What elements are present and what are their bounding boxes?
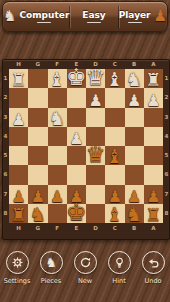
pieces-button-circle: ♞ [40, 251, 63, 274]
board-square-f6[interactable] [48, 165, 67, 184]
piece-wR-h1[interactable]: ♜ [9, 69, 28, 88]
board-square-g5[interactable] [28, 146, 47, 165]
rank-label-left-1: 1 [4, 69, 8, 88]
piece-bR-a8[interactable]: ♜ [144, 204, 163, 223]
board-square-a6[interactable] [144, 165, 163, 184]
top-bar: ♞ Computer Easy Player ♟ [2, 1, 168, 32]
player-underline [128, 22, 142, 23]
undo-button[interactable]: Undo [136, 251, 170, 285]
file-label-top-g: G [28, 62, 47, 70]
piece-wQ-d1[interactable]: ♛ [86, 69, 105, 88]
board-square-h4[interactable] [9, 127, 28, 146]
board-square-e3[interactable] [67, 108, 86, 127]
player-section[interactable]: Player ♟ [119, 2, 167, 31]
hint-label: Hint [102, 277, 136, 285]
piece-bN-b8[interactable]: ♞ [125, 204, 144, 223]
board-square-g4[interactable] [28, 127, 47, 146]
rank-label-right-1: 1 [165, 69, 169, 88]
hint-button-circle [108, 251, 131, 274]
computer-label: Computer [19, 10, 69, 20]
board-square-d3[interactable] [86, 108, 105, 127]
board-square-d7[interactable] [86, 185, 105, 204]
rank-label-right-8: 8 [165, 204, 169, 223]
chess-board-frame: 1122334455667788HHGGFFEEDDCCBBAA♜♝♚♛♝♞♜♟… [2, 59, 170, 240]
piece-bP-b7[interactable]: ♟ [125, 185, 144, 204]
piece-bB-c5[interactable]: ♝ [105, 146, 124, 165]
file-label-top-a: A [144, 62, 163, 70]
board-square-a5[interactable] [144, 146, 163, 165]
white-knight-icon: ♞ [3, 9, 16, 24]
piece-bK-e8[interactable]: ♚ [67, 204, 86, 223]
piece-bP-f7[interactable]: ♟ [48, 185, 67, 204]
rank-label-left-8: 8 [4, 204, 8, 223]
board-square-d6[interactable] [86, 165, 105, 184]
board-square-e2[interactable] [67, 88, 86, 107]
board-square-g6[interactable] [28, 165, 47, 184]
board-square-g1[interactable] [28, 69, 47, 88]
piece-wN-b1[interactable]: ♞ [125, 69, 144, 88]
board-square-h6[interactable] [9, 165, 28, 184]
settings-label: Settings [0, 277, 34, 285]
board-square-b6[interactable] [125, 165, 144, 184]
new-label: New [68, 277, 102, 285]
pieces-button[interactable]: ♞ Pieces [34, 251, 68, 285]
undo-arrow-icon [147, 256, 160, 269]
board-square-c6[interactable] [105, 165, 124, 184]
rank-label-right-4: 4 [165, 127, 169, 146]
rank-label-left-7: 7 [4, 185, 8, 204]
board-square-f2[interactable] [48, 88, 67, 107]
board-square-e5[interactable] [67, 146, 86, 165]
difficulty-underline [87, 22, 101, 23]
board-square-c4[interactable] [105, 127, 124, 146]
computer-underline [37, 22, 51, 23]
board-square-g3[interactable] [28, 108, 47, 127]
new-game-button[interactable]: New [68, 251, 102, 285]
computer-section[interactable]: ♞ Computer [3, 2, 69, 31]
pieces-label: Pieces [34, 277, 68, 285]
bottom-toolbar: Settings ♞ Pieces New [0, 251, 170, 285]
piece-wP-a2[interactable]: ♟ [144, 88, 163, 107]
rank-label-left-6: 6 [4, 165, 8, 184]
knight-icon: ♞ [45, 256, 57, 269]
board-square-b5[interactable] [125, 146, 144, 165]
difficulty-label: Easy [82, 10, 105, 20]
board-square-b3[interactable] [125, 108, 144, 127]
piece-bP-a7[interactable]: ♟ [144, 185, 163, 204]
piece-bR-h8[interactable]: ♜ [9, 204, 28, 223]
piece-wB-f1[interactable]: ♝ [48, 69, 67, 88]
board-square-d8[interactable] [86, 204, 105, 223]
undo-label: Undo [136, 277, 170, 285]
piece-bQ-d5[interactable]: ♛ [86, 146, 105, 165]
file-label-top-h: H [9, 62, 28, 70]
board-square-c3[interactable] [105, 108, 124, 127]
lightbulb-icon [113, 256, 126, 269]
board-square-f5[interactable] [48, 146, 67, 165]
board-square-a4[interactable] [144, 127, 163, 146]
file-label-bottom-d: D [86, 223, 105, 232]
board-square-g2[interactable] [28, 88, 47, 107]
piece-bN-g8[interactable]: ♞ [28, 204, 47, 223]
new-button-circle [74, 251, 97, 274]
rank-label-right-6: 6 [165, 165, 169, 184]
piece-wR-a1[interactable]: ♜ [144, 69, 163, 88]
rank-label-left-3: 3 [4, 108, 8, 127]
file-label-bottom-f: F [48, 223, 67, 232]
player-label: Player [119, 10, 151, 20]
piece-wP-d2[interactable]: ♟ [86, 88, 105, 107]
rank-label-right-2: 2 [165, 88, 169, 107]
piece-wP-e4[interactable]: ♟ [67, 127, 86, 146]
piece-wK-e1[interactable]: ♚ [67, 69, 86, 88]
piece-bP-h7[interactable]: ♟ [9, 185, 28, 204]
piece-bP-g7[interactable]: ♟ [28, 185, 47, 204]
board-square-b4[interactable] [125, 127, 144, 146]
settings-button-circle [6, 251, 29, 274]
piece-wN-f3[interactable]: ♞ [48, 108, 67, 127]
board-square-c2[interactable] [105, 88, 124, 107]
rank-label-left-2: 2 [4, 88, 8, 107]
chess-board[interactable]: 1122334455667788HHGGFFEEDDCCBBAA♜♝♚♛♝♞♜♟… [9, 69, 163, 223]
board-square-e6[interactable] [67, 165, 86, 184]
rank-label-right-5: 5 [165, 146, 169, 165]
hint-button[interactable]: Hint [102, 251, 136, 285]
piece-wB-c1[interactable]: ♝ [105, 69, 124, 88]
board-square-a3[interactable] [144, 108, 163, 127]
chess-app: ♞ Computer Easy Player ♟ 112233445566778… [0, 0, 170, 302]
rank-label-right-3: 3 [165, 108, 169, 127]
rank-label-left-5: 5 [4, 146, 8, 165]
orange-pawn-icon: ♟ [154, 9, 167, 24]
board-square-f4[interactable] [48, 127, 67, 146]
board-square-h2[interactable] [9, 88, 28, 107]
rank-label-left-4: 4 [4, 127, 8, 146]
rank-label-right-7: 7 [165, 185, 169, 204]
gear-icon [11, 256, 24, 269]
piece-bB-c8[interactable]: ♝ [105, 204, 124, 223]
piece-bP-c7[interactable]: ♟ [105, 185, 124, 204]
undo-button-circle [142, 251, 165, 274]
settings-button[interactable]: Settings [0, 251, 34, 285]
board-square-h5[interactable] [9, 146, 28, 165]
board-square-f8[interactable] [48, 204, 67, 223]
difficulty-section[interactable]: Easy [70, 2, 117, 31]
piece-wP-h3[interactable]: ♟ [9, 108, 28, 127]
new-game-refresh-icon [79, 256, 92, 269]
piece-wP-b2[interactable]: ♟ [125, 88, 144, 107]
